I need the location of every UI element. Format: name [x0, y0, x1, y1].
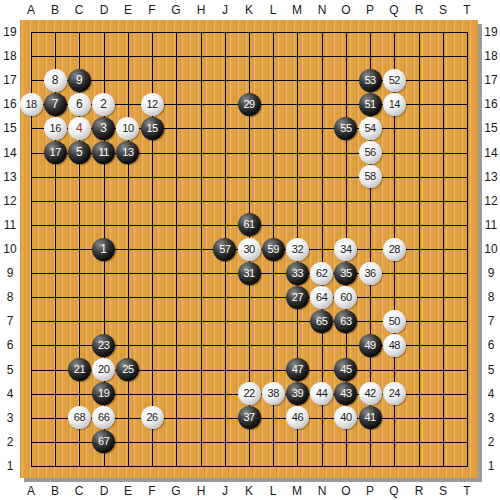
stone-black-p16: 51	[359, 93, 382, 116]
row-label-left: 18	[0, 46, 20, 66]
stone-white-q6: 48	[383, 334, 406, 357]
stone-white-p4: 42	[359, 382, 382, 405]
go-board[interactable]: 1234567891011121314151617181920212223242…	[20, 20, 478, 478]
column-label-top: O	[336, 0, 356, 20]
stone-move-number: 57	[219, 244, 230, 255]
stone-move-number: 33	[292, 268, 303, 279]
column-label-bottom: N	[312, 481, 332, 500]
grid-line-vertical	[467, 32, 468, 467]
stone-move-number: 64	[316, 292, 327, 303]
stone-black-m8: 27	[286, 286, 309, 309]
stone-move-number: 67	[98, 436, 109, 447]
row-label-right: 1	[481, 456, 500, 476]
row-label-left: 1	[0, 456, 20, 476]
stone-move-number: 53	[364, 75, 375, 86]
stone-black-o4: 43	[334, 382, 357, 405]
stone-black-f15: 15	[141, 117, 164, 140]
row-label-right: 12	[481, 191, 500, 211]
stone-white-o8: 60	[334, 286, 357, 309]
column-label-top: P	[360, 0, 380, 20]
stone-move-number: 20	[98, 364, 109, 375]
stone-move-number: 44	[316, 388, 327, 399]
row-label-left: 13	[0, 167, 20, 187]
stone-black-d2: 67	[92, 430, 115, 453]
stone-white-p9: 36	[359, 262, 382, 285]
column-label-bottom: M	[287, 481, 307, 500]
stone-move-number: 45	[340, 364, 351, 375]
column-label-bottom: J	[215, 481, 235, 500]
row-label-left: 10	[0, 239, 20, 259]
row-label-right: 10	[481, 239, 500, 259]
row-label-right: 19	[481, 22, 500, 42]
stone-move-number: 1	[100, 244, 107, 255]
stone-white-f16: 12	[141, 93, 164, 116]
stone-move-number: 8	[52, 75, 59, 86]
column-label-bottom: O	[336, 481, 356, 500]
row-label-right: 2	[481, 432, 500, 452]
stone-white-k10: 30	[238, 238, 261, 261]
stone-black-c14: 5	[68, 141, 91, 164]
column-label-top: M	[287, 0, 307, 20]
row-label-right: 16	[481, 94, 500, 114]
row-label-left: 17	[0, 70, 20, 90]
stone-black-l10: 59	[262, 238, 285, 261]
row-label-right: 18	[481, 46, 500, 66]
stone-white-n4: 44	[310, 382, 333, 405]
stone-white-q17: 52	[383, 69, 406, 92]
row-label-left: 7	[0, 311, 20, 331]
stone-white-q16: 14	[383, 93, 406, 116]
column-label-bottom: H	[191, 481, 211, 500]
stone-move-number: 55	[340, 123, 351, 134]
stone-black-p6: 49	[359, 334, 382, 357]
stone-move-number: 35	[340, 268, 351, 279]
row-label-right: 6	[481, 335, 500, 355]
stone-move-number: 61	[243, 219, 254, 230]
row-label-left: 8	[0, 287, 20, 307]
stone-white-c3: 68	[68, 406, 91, 429]
stone-white-o10: 34	[334, 238, 357, 261]
go-kifu-diagram: 1234567891011121314151617181920212223242…	[0, 0, 500, 500]
stone-white-m3: 46	[286, 406, 309, 429]
row-label-left: 6	[0, 335, 20, 355]
row-label-left: 16	[0, 94, 20, 114]
column-label-top: C	[69, 0, 89, 20]
stone-move-number: 25	[122, 364, 133, 375]
stone-move-number: 41	[364, 412, 375, 423]
stone-white-l4: 38	[262, 382, 285, 405]
stone-white-d3: 66	[92, 406, 115, 429]
grid-line-vertical	[419, 32, 420, 467]
stone-move-number: 16	[50, 123, 61, 134]
stone-black-o7: 63	[334, 310, 357, 333]
row-label-left: 12	[0, 191, 20, 211]
stone-black-n7: 65	[310, 310, 333, 333]
row-label-left: 2	[0, 432, 20, 452]
stone-move-number: 5	[76, 147, 83, 158]
row-label-left: 14	[0, 143, 20, 163]
stone-move-number: 39	[292, 388, 303, 399]
stone-move-number: 51	[364, 99, 375, 110]
stone-white-e15: 10	[116, 117, 139, 140]
stone-move-number: 30	[243, 244, 254, 255]
row-label-left: 9	[0, 263, 20, 283]
column-label-top: N	[312, 0, 332, 20]
stone-move-number: 59	[268, 244, 279, 255]
stone-move-number: 18	[25, 99, 36, 110]
stone-move-number: 38	[268, 388, 279, 399]
stone-black-k16: 29	[238, 93, 261, 116]
grid-line-vertical	[443, 32, 444, 467]
column-label-bottom: E	[118, 481, 138, 500]
column-label-bottom: C	[69, 481, 89, 500]
stone-move-number: 54	[364, 123, 375, 134]
column-label-top: T	[457, 0, 477, 20]
row-label-right: 15	[481, 118, 500, 138]
stone-move-number: 19	[98, 388, 109, 399]
stone-move-number: 34	[340, 244, 351, 255]
stone-black-m9: 33	[286, 262, 309, 285]
stone-black-m4: 39	[286, 382, 309, 405]
stone-black-o15: 55	[334, 117, 357, 140]
column-label-bottom: K	[239, 481, 259, 500]
stone-black-o5: 45	[334, 358, 357, 381]
stone-move-number: 56	[364, 147, 375, 158]
stone-white-k4: 22	[238, 382, 261, 405]
stone-white-a16: 18	[20, 93, 43, 116]
row-label-right: 11	[481, 215, 500, 235]
column-label-bottom: F	[142, 481, 162, 500]
stone-move-number: 11	[98, 147, 108, 158]
stone-white-n8: 64	[310, 286, 333, 309]
stone-white-c15: 4	[68, 117, 91, 140]
column-label-top: G	[166, 0, 186, 20]
stone-white-q10: 28	[383, 238, 406, 261]
stone-black-k3: 37	[238, 406, 261, 429]
row-label-left: 3	[0, 408, 20, 428]
column-label-bottom: D	[94, 481, 114, 500]
stone-move-number: 62	[316, 268, 327, 279]
stone-move-number: 66	[98, 412, 109, 423]
stone-move-number: 24	[389, 388, 400, 399]
stone-move-number: 63	[340, 316, 351, 327]
stone-move-number: 4	[76, 123, 83, 134]
stone-white-c16: 6	[68, 93, 91, 116]
row-label-right: 17	[481, 70, 500, 90]
stone-white-b15: 16	[44, 117, 67, 140]
stone-move-number: 22	[243, 388, 254, 399]
grid-line-horizontal	[31, 466, 468, 467]
stone-white-b17: 8	[44, 69, 67, 92]
column-label-top: J	[215, 0, 235, 20]
row-label-right: 3	[481, 408, 500, 428]
column-label-top: H	[191, 0, 211, 20]
row-label-left: 11	[0, 215, 20, 235]
stone-black-p3: 41	[359, 406, 382, 429]
row-label-right: 7	[481, 311, 500, 331]
stone-black-j10: 57	[213, 238, 236, 261]
stone-move-number: 49	[364, 340, 375, 351]
stone-move-number: 65	[316, 316, 327, 327]
grid-line-horizontal	[31, 297, 468, 298]
column-label-top: A	[21, 0, 41, 20]
stone-move-number: 9	[76, 75, 83, 86]
stone-white-d5: 20	[92, 358, 115, 381]
column-label-top: B	[45, 0, 65, 20]
stone-move-number: 60	[340, 292, 351, 303]
stone-black-d14: 11	[92, 141, 115, 164]
column-label-top: K	[239, 0, 259, 20]
row-label-right: 5	[481, 360, 500, 380]
stone-black-e14: 13	[116, 141, 139, 164]
stone-move-number: 40	[340, 412, 351, 423]
stone-black-c5: 21	[68, 358, 91, 381]
stone-move-number: 21	[74, 364, 85, 375]
stone-black-d15: 3	[92, 117, 115, 140]
stone-move-number: 26	[146, 412, 157, 423]
column-label-top: L	[263, 0, 283, 20]
column-label-bottom: Q	[384, 481, 404, 500]
column-label-bottom: G	[166, 481, 186, 500]
stone-move-number: 43	[340, 388, 351, 399]
row-label-right: 13	[481, 167, 500, 187]
stone-move-number: 6	[76, 99, 83, 110]
stone-black-m5: 47	[286, 358, 309, 381]
stone-black-k11: 61	[238, 213, 261, 236]
stone-move-number: 48	[389, 340, 400, 351]
stone-move-number: 3	[100, 123, 107, 134]
stone-white-q4: 24	[383, 382, 406, 405]
stone-move-number: 10	[122, 123, 133, 134]
row-label-right: 8	[481, 287, 500, 307]
stone-black-e5: 25	[116, 358, 139, 381]
row-label-left: 19	[0, 22, 20, 42]
row-label-right: 9	[481, 263, 500, 283]
stone-move-number: 46	[292, 412, 303, 423]
row-label-left: 4	[0, 384, 20, 404]
stone-move-number: 17	[50, 147, 61, 158]
stone-move-number: 58	[364, 171, 375, 182]
row-label-left: 5	[0, 360, 20, 380]
column-label-top: Q	[384, 0, 404, 20]
stone-move-number: 37	[243, 412, 254, 423]
stone-move-number: 32	[292, 244, 303, 255]
stone-white-m10: 32	[286, 238, 309, 261]
stone-move-number: 12	[146, 99, 157, 110]
stone-black-d10: 1	[92, 238, 115, 261]
stone-white-q7: 50	[383, 310, 406, 333]
stone-black-d4: 19	[92, 382, 115, 405]
column-label-bottom: T	[457, 481, 477, 500]
stone-move-number: 14	[389, 99, 400, 110]
column-label-bottom: L	[263, 481, 283, 500]
stone-white-o3: 40	[334, 406, 357, 429]
stone-move-number: 27	[292, 292, 303, 303]
stone-black-d6: 23	[92, 334, 115, 357]
stone-move-number: 2	[100, 99, 107, 110]
stone-black-o9: 35	[334, 262, 357, 285]
column-label-top: S	[433, 0, 453, 20]
stone-black-p17: 53	[359, 69, 382, 92]
column-label-bottom: P	[360, 481, 380, 500]
stone-move-number: 15	[146, 123, 157, 134]
stone-move-number: 7	[52, 99, 59, 110]
stone-move-number: 23	[98, 340, 109, 351]
stone-white-d16: 2	[92, 93, 115, 116]
stone-white-f3: 26	[141, 406, 164, 429]
column-label-bottom: A	[21, 481, 41, 500]
stone-move-number: 31	[243, 268, 254, 279]
stone-white-n9: 62	[310, 262, 333, 285]
column-label-top: R	[409, 0, 429, 20]
stone-move-number: 29	[243, 99, 254, 110]
row-label-right: 4	[481, 384, 500, 404]
stone-move-number: 47	[292, 364, 303, 375]
stone-white-p15: 54	[359, 117, 382, 140]
column-label-top: F	[142, 0, 162, 20]
stone-move-number: 42	[364, 388, 375, 399]
stone-black-b14: 17	[44, 141, 67, 164]
stone-move-number: 52	[389, 75, 400, 86]
column-label-top: E	[118, 0, 138, 20]
stone-move-number: 36	[364, 268, 375, 279]
stone-white-p13: 58	[359, 165, 382, 188]
stone-move-number: 50	[389, 316, 400, 327]
stone-move-number: 13	[122, 147, 133, 158]
stone-move-number: 68	[74, 412, 85, 423]
stone-black-b16: 7	[44, 93, 67, 116]
column-label-bottom: S	[433, 481, 453, 500]
column-label-top: D	[94, 0, 114, 20]
stone-black-c17: 9	[68, 69, 91, 92]
row-label-left: 15	[0, 118, 20, 138]
column-label-bottom: B	[45, 481, 65, 500]
stone-move-number: 28	[389, 244, 400, 255]
column-label-bottom: R	[409, 481, 429, 500]
row-label-right: 14	[481, 143, 500, 163]
stone-black-k9: 31	[238, 262, 261, 285]
stone-white-p14: 56	[359, 141, 382, 164]
